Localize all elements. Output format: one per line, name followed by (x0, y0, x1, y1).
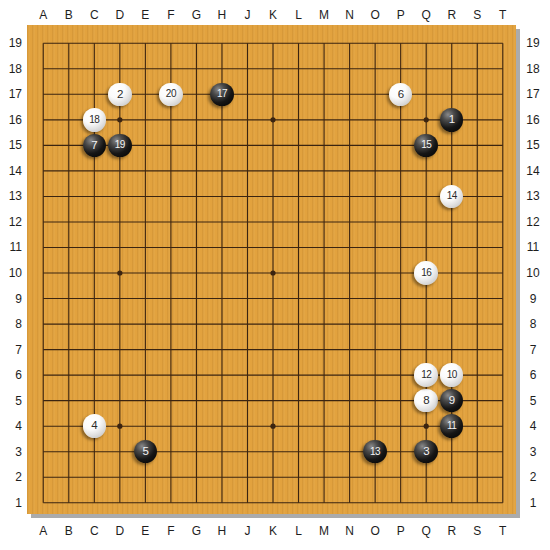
move-number: 5 (142, 446, 148, 458)
go-board-diagram: AABBCCDDEEFFGGHHJJKKLLMMNNOOPPQQRRSSTT19… (0, 0, 550, 550)
row-label-left-9: 9 (2, 292, 22, 306)
move-number: 6 (398, 89, 404, 101)
row-label-left-5: 5 (2, 394, 22, 408)
row-label-right-15: 15 (523, 138, 543, 152)
col-label-bottom-A: A (33, 524, 53, 538)
col-label-top-S: S (467, 8, 487, 22)
col-label-bottom-H: H (212, 524, 232, 538)
move-number: 2 (117, 89, 123, 101)
stone-black-1-R16: 1 (440, 108, 464, 132)
move-number: 13 (370, 447, 380, 457)
row-label-right-8: 8 (523, 317, 543, 331)
col-label-bottom-G: G (186, 524, 206, 538)
col-label-bottom-P: P (391, 524, 411, 538)
row-label-right-16: 16 (523, 113, 543, 127)
stone-white-18-C16: 18 (83, 108, 107, 132)
row-label-right-7: 7 (523, 343, 543, 357)
col-label-top-R: R (442, 8, 462, 22)
row-label-right-13: 13 (523, 189, 543, 203)
col-label-bottom-S: S (467, 524, 487, 538)
move-number: 9 (449, 395, 455, 407)
col-label-top-T: T (493, 8, 513, 22)
move-number: 8 (423, 395, 429, 407)
stone-black-15-Q15: 15 (414, 134, 438, 158)
row-label-right-17: 17 (523, 87, 543, 101)
col-label-bottom-F: F (161, 524, 181, 538)
move-number: 11 (447, 421, 456, 431)
row-label-left-1: 1 (2, 496, 22, 510)
go-board[interactable] (27, 25, 516, 514)
col-label-bottom-L: L (289, 524, 309, 538)
row-label-left-6: 6 (2, 368, 22, 382)
col-label-bottom-M: M (314, 524, 334, 538)
col-label-bottom-E: E (135, 524, 155, 538)
col-label-top-D: D (110, 8, 130, 22)
row-label-left-2: 2 (2, 470, 22, 484)
col-label-top-M: M (314, 8, 334, 22)
row-label-right-3: 3 (523, 445, 543, 459)
col-label-bottom-K: K (263, 524, 283, 538)
col-label-bottom-J: J (237, 524, 257, 538)
col-label-top-E: E (135, 8, 155, 22)
stone-white-4-C4: 4 (83, 414, 107, 438)
stone-white-2-D17: 2 (108, 83, 132, 107)
stone-white-12-Q6: 12 (414, 363, 438, 387)
row-label-right-11: 11 (523, 240, 543, 254)
row-label-right-12: 12 (523, 215, 543, 229)
col-label-top-C: C (84, 8, 104, 22)
move-number: 7 (91, 140, 97, 152)
row-label-right-19: 19 (523, 36, 543, 50)
row-label-left-4: 4 (2, 419, 22, 433)
row-label-left-10: 10 (2, 266, 22, 280)
col-label-top-A: A (33, 8, 53, 22)
move-number: 12 (421, 370, 431, 380)
col-label-bottom-R: R (442, 524, 462, 538)
col-label-top-P: P (391, 8, 411, 22)
col-label-bottom-C: C (84, 524, 104, 538)
move-number: 10 (447, 370, 457, 380)
col-label-bottom-D: D (110, 524, 130, 538)
move-number: 16 (421, 268, 431, 278)
stone-white-20-F17: 20 (159, 83, 183, 107)
stone-black-19-D15: 19 (108, 134, 132, 158)
row-label-left-19: 19 (2, 36, 22, 50)
row-label-left-8: 8 (2, 317, 22, 331)
row-label-right-14: 14 (523, 164, 543, 178)
row-label-right-9: 9 (523, 292, 543, 306)
stone-black-7-C15: 7 (83, 134, 107, 158)
col-label-bottom-O: O (365, 524, 385, 538)
row-label-right-6: 6 (523, 368, 543, 382)
move-number: 15 (421, 140, 431, 150)
stone-white-16-Q10: 16 (414, 261, 438, 285)
move-number: 19 (115, 140, 125, 150)
row-label-right-1: 1 (523, 496, 543, 510)
move-number: 1 (449, 114, 455, 126)
col-label-top-J: J (237, 8, 257, 22)
row-label-right-5: 5 (523, 394, 543, 408)
row-label-left-14: 14 (2, 164, 22, 178)
move-number: 3 (423, 446, 429, 458)
col-label-bottom-Q: Q (416, 524, 436, 538)
col-label-top-H: H (212, 8, 232, 22)
move-number: 14 (447, 191, 457, 201)
row-label-left-15: 15 (2, 138, 22, 152)
col-label-top-B: B (59, 8, 79, 22)
move-number: 17 (217, 89, 227, 99)
row-label-right-4: 4 (523, 419, 543, 433)
col-label-top-F: F (161, 8, 181, 22)
move-number: 20 (166, 89, 176, 99)
row-label-left-13: 13 (2, 189, 22, 203)
row-label-left-11: 11 (2, 240, 22, 254)
row-label-right-18: 18 (523, 62, 543, 76)
row-label-right-10: 10 (523, 266, 543, 280)
col-label-top-L: L (289, 8, 309, 22)
row-label-left-16: 16 (2, 113, 22, 127)
move-number: 4 (91, 420, 97, 432)
row-label-right-2: 2 (523, 470, 543, 484)
row-label-left-12: 12 (2, 215, 22, 229)
col-label-top-K: K (263, 8, 283, 22)
col-label-bottom-B: B (59, 524, 79, 538)
row-label-left-17: 17 (2, 87, 22, 101)
row-label-left-18: 18 (2, 62, 22, 76)
stone-black-17-H17: 17 (210, 83, 234, 107)
col-label-top-O: O (365, 8, 385, 22)
col-label-top-G: G (186, 8, 206, 22)
row-label-left-7: 7 (2, 343, 22, 357)
col-label-bottom-N: N (340, 524, 360, 538)
row-label-left-3: 3 (2, 445, 22, 459)
col-label-top-Q: Q (416, 8, 436, 22)
move-number: 18 (89, 115, 99, 125)
col-label-bottom-T: T (493, 524, 513, 538)
col-label-top-N: N (340, 8, 360, 22)
